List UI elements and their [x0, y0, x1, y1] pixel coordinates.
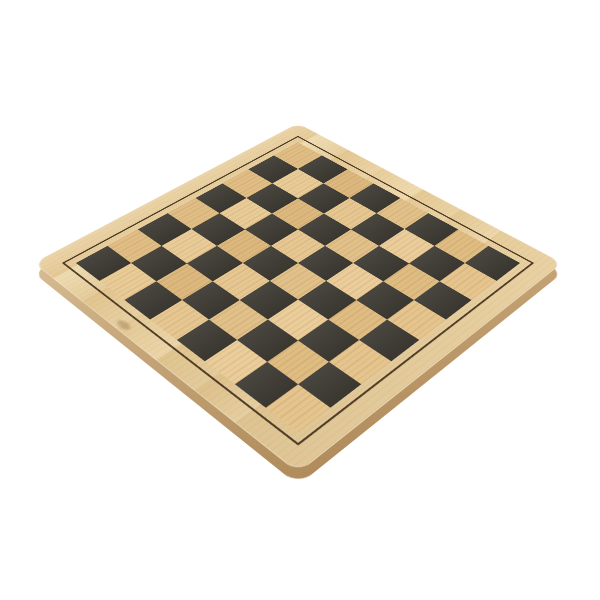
board-scene — [0, 0, 600, 600]
board-grid — [75, 142, 519, 432]
wood-knot-stamp — [114, 319, 132, 332]
product-photo-canvas — [0, 0, 600, 600]
chessboard — [33, 123, 562, 473]
